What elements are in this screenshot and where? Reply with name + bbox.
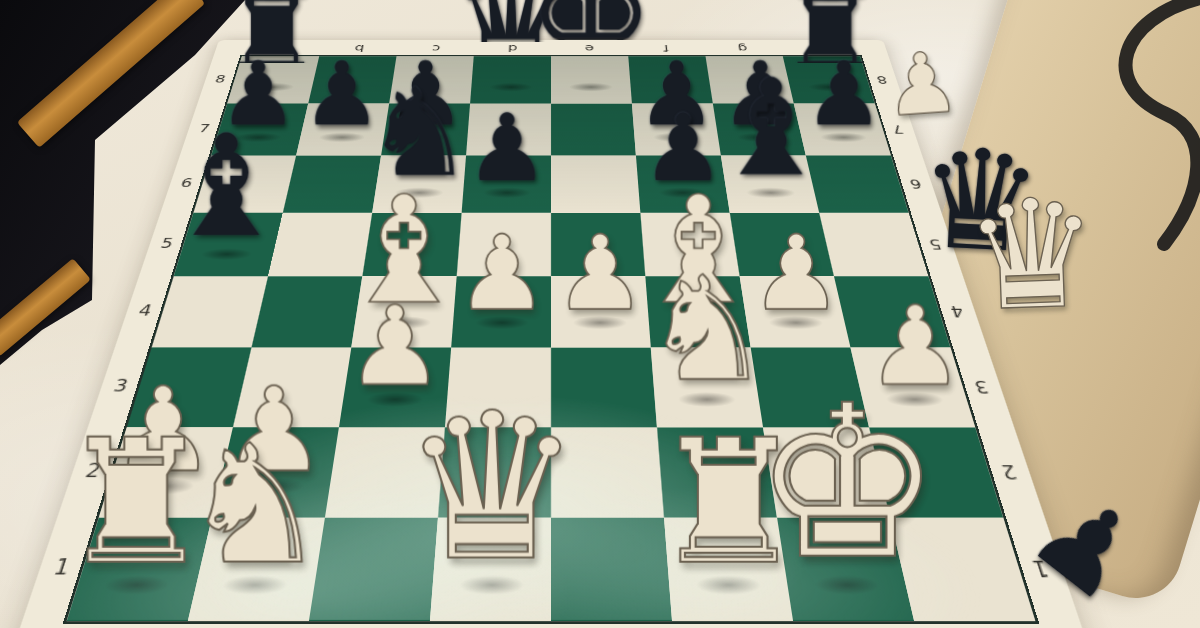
piece-shadow (812, 575, 882, 594)
square-e6 (551, 155, 640, 212)
square-c7: ♟ (381, 104, 470, 156)
piece-shadow (767, 316, 824, 329)
piece-shadow (199, 248, 254, 260)
square-c2 (325, 427, 445, 517)
file-label-bottom-e: e (551, 621, 675, 628)
square-b1: ♞ (188, 518, 325, 621)
square-f3: ♞ (651, 347, 763, 427)
square-a6 (193, 155, 296, 212)
piece-shadow (458, 575, 525, 594)
piece-shadow (376, 316, 432, 329)
square-g6: ♝ (721, 155, 819, 212)
piece-shadow (220, 575, 290, 594)
piece-shadow (365, 392, 425, 407)
square-h5 (819, 213, 928, 277)
file-label-top-f: f (627, 40, 706, 56)
square-d4: ♟ (451, 276, 551, 347)
square-g4: ♟ (740, 276, 851, 347)
square-g3 (751, 347, 869, 427)
piece-shadow (677, 392, 737, 407)
file-label-top-a: a (242, 40, 323, 56)
cushion-seam-line (1062, 0, 1200, 262)
square-f7: ♟ (632, 104, 721, 156)
square-f5 (640, 213, 739, 277)
square-h7: ♟ (794, 104, 891, 156)
square-e7 (551, 104, 636, 156)
piece-shadow (670, 316, 726, 329)
piece-shadow (568, 83, 613, 92)
square-e4: ♟ (551, 276, 651, 347)
piece-shadow (394, 187, 444, 197)
file-label-top-c: c (396, 40, 475, 56)
square-g8 (706, 56, 794, 103)
square-c1 (309, 518, 438, 621)
square-d7 (466, 104, 551, 156)
square-d6: ♟ (462, 155, 551, 212)
square-a8: ♜ (227, 56, 319, 103)
square-e8: ♚ (551, 56, 632, 103)
square-f4: ♝ (645, 276, 750, 347)
square-a5: ♝ (174, 213, 283, 277)
piece-shadow (130, 478, 196, 495)
piece-shadow (318, 133, 367, 142)
file-label-bottom-b: b (178, 621, 309, 628)
square-c6: ♞ (372, 155, 466, 212)
piece-shadow (694, 575, 762, 594)
square-g7: ♟ (713, 104, 806, 156)
file-label-top-e: e (551, 40, 628, 56)
piece-shadow (745, 187, 796, 197)
square-e5 (551, 213, 645, 277)
square-b8 (308, 56, 396, 103)
square-f1: ♜ (664, 518, 793, 621)
piece-shadow (658, 187, 708, 197)
file-label-bottom-a: a (54, 621, 188, 628)
piece-shadow (234, 133, 283, 142)
file-label-bottom-c: c (302, 621, 430, 628)
square-c4: ♝ (351, 276, 456, 347)
square-c8 (389, 56, 474, 103)
file-label-bottom-f: f (672, 621, 800, 628)
photo-scene: abcdefgh abcdefgh 87654321 87654321 ♜♛♚♜… (0, 0, 1200, 628)
square-b2: ♟ (212, 427, 339, 517)
square-d8: ♛ (470, 56, 551, 103)
square-b4 (252, 276, 363, 347)
square-e2 (551, 427, 664, 517)
square-f2 (657, 427, 777, 517)
file-label-top-g: g (703, 40, 783, 56)
piece-shadow (101, 575, 172, 594)
piece-shadow (489, 83, 534, 92)
piece-shadow (819, 133, 868, 142)
piece-shadow (807, 83, 854, 92)
square-d1: ♛ (430, 518, 551, 621)
square-c5 (362, 213, 461, 277)
square-e1 (551, 518, 672, 621)
square-e3 (551, 347, 657, 427)
piece-shadow (736, 133, 785, 142)
square-d5 (457, 213, 551, 277)
square-h8: ♜ (783, 56, 875, 103)
piece-shadow (242, 478, 307, 495)
square-g2 (763, 427, 890, 517)
square-c3: ♟ (339, 347, 451, 427)
file-label-bottom-d: d (427, 621, 551, 628)
piece-shadow (402, 133, 450, 142)
piece-shadow (482, 187, 532, 197)
file-label-top-b: b (319, 40, 399, 56)
square-b5 (268, 213, 372, 277)
square-a4 (152, 276, 268, 347)
piece-shadow (572, 316, 627, 329)
piece-shadow (884, 392, 946, 407)
file-label-top-d: d (474, 40, 551, 56)
square-d2 (438, 427, 551, 517)
square-b3 (233, 347, 351, 427)
square-b6 (283, 155, 381, 212)
file-label-bottom-g: g (793, 621, 924, 628)
square-f6: ♟ (636, 155, 730, 212)
piece-shadow (248, 83, 295, 92)
file-label-top-h: h (779, 40, 860, 56)
file-labels-top: abcdefgh (242, 40, 860, 56)
square-g5 (730, 213, 834, 277)
file-label-bottom-h: h (914, 621, 1048, 628)
piece-shadow (653, 133, 701, 142)
square-a7: ♟ (211, 104, 308, 156)
file-labels-bottom: abcdefgh (54, 621, 1048, 628)
square-b7: ♟ (296, 104, 389, 156)
square-h6 (806, 155, 909, 212)
piece-shadow (474, 316, 529, 329)
square-d3 (445, 347, 551, 427)
square-f8 (628, 56, 713, 103)
